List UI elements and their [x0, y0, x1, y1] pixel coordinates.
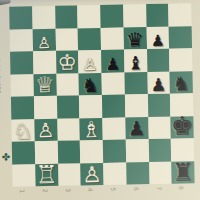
- board-photo: ✯ US CHESS ✤ ♔♕♖♗♘♙♙♙♙♚♛♜♝♞♞♟♟♟♟ 1234567…: [0, 0, 200, 200]
- rank-label-4: 4: [87, 188, 94, 192]
- rank-label-1: 1: [19, 189, 26, 193]
- rank-label-7: 7: [156, 186, 163, 190]
- square-e2[interactable]: [34, 96, 57, 119]
- square-a8[interactable]: [168, 3, 191, 26]
- square-a2[interactable]: [32, 6, 55, 29]
- white-bishop-glyph: ♗: [81, 119, 101, 140]
- rank-label-6: 6: [133, 187, 140, 191]
- us-chess-star-icon: ✯: [0, 57, 2, 63]
- piece-black-pawn-d7[interactable]: ♟: [147, 71, 170, 94]
- black-king-glyph: ♚: [171, 114, 194, 138]
- square-b3[interactable]: [55, 28, 78, 51]
- square-c1[interactable]: [10, 51, 33, 74]
- square-g7[interactable]: [148, 139, 171, 162]
- piece-black-king[interactable]: ♚: [171, 116, 194, 139]
- white-rook-glyph: ♖: [35, 163, 57, 187]
- piece-white-rook[interactable]: ♖: [35, 163, 58, 186]
- square-b5[interactable]: [101, 27, 124, 50]
- piece-black-knight-d4[interactable]: ♞: [79, 72, 102, 95]
- square-d3[interactable]: [56, 73, 79, 96]
- piece-black-pawn-b7[interactable]: ♟: [146, 26, 169, 49]
- square-b4[interactable]: [78, 27, 101, 50]
- square-c2[interactable]: [33, 51, 56, 74]
- square-e3[interactable]: [56, 95, 79, 118]
- white-pawn-b2-glyph: ♙: [37, 36, 51, 51]
- piece-white-king[interactable]: ♔: [56, 50, 79, 73]
- square-c8[interactable]: [169, 48, 192, 71]
- rank-label-8: 8: [178, 186, 185, 190]
- square-d5[interactable]: [101, 72, 124, 95]
- piece-black-pawn-f6[interactable]: ♟: [125, 117, 148, 140]
- piece-white-queen[interactable]: ♕: [33, 73, 56, 96]
- piece-white-pawn-c4[interactable]: ♙: [78, 50, 101, 73]
- square-a5[interactable]: [100, 5, 123, 28]
- square-a7[interactable]: [146, 4, 169, 27]
- piece-white-pawn-h4[interactable]: ♙: [80, 162, 103, 185]
- black-bishop-glyph: ♝: [127, 54, 144, 72]
- square-f7[interactable]: [148, 116, 171, 139]
- white-pawn-c4-glyph: ♙: [82, 57, 97, 73]
- square-a6[interactable]: [123, 4, 146, 27]
- brand-text: US CHESS: [0, 65, 2, 94]
- rank-label-3: 3: [65, 188, 72, 192]
- us-chess-crest-icon: ✤: [0, 153, 10, 162]
- square-d1[interactable]: [10, 74, 33, 97]
- square-g6[interactable]: [126, 139, 149, 162]
- square-f3[interactable]: [57, 118, 80, 141]
- square-h3[interactable]: [58, 163, 81, 186]
- square-f5[interactable]: [102, 117, 125, 140]
- square-g3[interactable]: [57, 140, 80, 163]
- piece-black-knight-d8[interactable]: ♞: [170, 71, 193, 94]
- square-a3[interactable]: [55, 5, 78, 28]
- black-knight-d4-glyph: ♞: [81, 77, 99, 96]
- white-pawn-h4-glyph: ♙: [82, 164, 102, 185]
- square-b8[interactable]: [169, 26, 192, 49]
- square-g5[interactable]: [103, 140, 126, 163]
- square-e5[interactable]: [102, 95, 125, 118]
- piece-white-pawn-f2[interactable]: ♙: [34, 118, 57, 141]
- square-a4[interactable]: [77, 5, 100, 28]
- square-e4[interactable]: [79, 95, 102, 118]
- black-rook-glyph: ♜: [172, 160, 194, 184]
- square-h7[interactable]: [149, 161, 172, 184]
- rank-label-5: 5: [110, 187, 117, 191]
- piece-white-knight[interactable]: ♘: [11, 119, 34, 142]
- square-b1[interactable]: [10, 29, 33, 52]
- white-pawn-f2-glyph: ♙: [37, 122, 55, 141]
- black-queen-glyph: ♛: [126, 31, 144, 50]
- vinyl-board: ✯ US CHESS ✤ ♔♕♖♗♘♙♙♙♙♚♛♜♝♞♞♟♟♟♟ 1234567…: [0, 0, 200, 200]
- piece-white-bishop[interactable]: ♗: [80, 117, 103, 140]
- black-knight-d8-glyph: ♞: [172, 75, 190, 94]
- black-pawn-c5-glyph: ♟: [105, 56, 120, 72]
- piece-black-bishop[interactable]: ♝: [124, 49, 147, 72]
- square-e1[interactable]: [11, 96, 34, 119]
- piece-black-pawn-c5[interactable]: ♟: [101, 50, 124, 73]
- black-pawn-d7-glyph: ♟: [151, 77, 167, 94]
- piece-black-queen[interactable]: ♛: [123, 27, 146, 50]
- piece-white-pawn-b2[interactable]: ♙: [32, 28, 55, 51]
- square-g1[interactable]: [12, 141, 35, 164]
- square-e7[interactable]: [147, 94, 170, 117]
- square-d6[interactable]: [124, 72, 147, 95]
- rank-label-2: 2: [42, 189, 49, 193]
- black-pawn-f6-glyph: ♟: [128, 121, 146, 140]
- square-h6[interactable]: [126, 162, 149, 185]
- square-e6[interactable]: [125, 94, 148, 117]
- square-g4[interactable]: [80, 140, 103, 163]
- square-h5[interactable]: [103, 162, 126, 185]
- piece-black-rook[interactable]: ♜: [171, 161, 194, 184]
- white-king-glyph: ♔: [57, 53, 77, 74]
- square-c7[interactable]: [147, 49, 170, 72]
- square-a1[interactable]: [9, 6, 32, 29]
- white-queen-glyph: ♕: [35, 75, 55, 96]
- square-h1[interactable]: [12, 164, 35, 187]
- black-pawn-b7-glyph: ♟: [151, 34, 165, 49]
- white-knight-glyph: ♘: [13, 121, 33, 142]
